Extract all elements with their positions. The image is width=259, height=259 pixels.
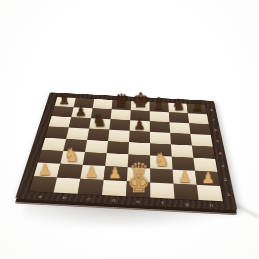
- piece-wP-d2: ♟: [108, 165, 122, 181]
- rank-label-7: 7: [209, 118, 217, 121]
- square-e3: [128, 154, 150, 168]
- square-g5: [170, 133, 192, 145]
- file-label-e: e: [126, 198, 151, 205]
- square-f4: [150, 143, 172, 156]
- square-a4: [42, 138, 67, 151]
- square-g2: ♟: [173, 170, 197, 185]
- square-d1: [102, 180, 127, 196]
- square-b1: [54, 178, 81, 194]
- square-b3: ♞: [60, 151, 85, 165]
- square-e5: [129, 131, 150, 143]
- file-label-a: a: [27, 193, 53, 200]
- square-e1: ♚: [126, 181, 150, 197]
- square-c2: ♟: [80, 165, 105, 180]
- square-h6: [189, 123, 211, 135]
- file-label-g: g: [175, 200, 200, 207]
- piece-wP-a2: ♟: [38, 161, 52, 177]
- square-g3: [172, 157, 195, 171]
- file-label-b: b: [52, 194, 78, 201]
- square-f1: [150, 182, 174, 198]
- square-g4: [171, 144, 193, 157]
- square-e6: ♟: [130, 120, 150, 132]
- square-f3: ♞: [150, 155, 173, 169]
- square-d4: [107, 141, 129, 154]
- piece-wP-h2: ♟: [201, 170, 215, 186]
- rank-label-1: 1: [223, 192, 233, 197]
- piece-bB-f8: ♝: [152, 95, 167, 111]
- square-b5: [66, 128, 89, 140]
- piece-bR-a8: ♜: [58, 93, 70, 107]
- square-h3: [193, 158, 217, 172]
- square-b4: [63, 139, 87, 152]
- square-e4: [128, 142, 150, 155]
- square-h1: [197, 185, 223, 201]
- piece-bN-g8: ♞: [171, 97, 185, 112]
- file-label-d: d: [101, 196, 126, 203]
- product-photo-scene: ♜♛♚♝♞♜♟♞♟♞♞♟♟♟♛♟♟♚ abcdefgh 87654321: [0, 0, 259, 259]
- piece-bQ-d8: ♛: [113, 92, 129, 110]
- rank-label-3: 3: [218, 164, 227, 168]
- piece-bK-e8: ♚: [131, 91, 149, 111]
- square-d3: [105, 153, 128, 167]
- square-c5: [87, 129, 109, 141]
- board-wrapper: ♜♛♚♝♞♜♟♞♟♞♞♟♟♟♛♟♟♚ abcdefgh 87654321: [15, 92, 237, 210]
- square-a3: [38, 150, 63, 164]
- square-e2: ♛: [127, 167, 150, 182]
- square-h2: ♟: [195, 171, 220, 186]
- square-c1: [78, 179, 104, 195]
- rank-label-6: 6: [211, 128, 219, 131]
- rank-label-2: 2: [221, 177, 231, 181]
- square-c3: [83, 152, 107, 166]
- piece-wP-c2: ♟: [85, 164, 99, 180]
- square-a2: ♟: [34, 163, 61, 178]
- chess-board-frame: ♜♛♚♝♞♜♟♞♟♞♞♟♟♟♛♟♟♚ abcdefgh 87654321: [15, 92, 237, 210]
- file-label-h: h: [199, 202, 224, 209]
- square-d2: ♟: [104, 166, 128, 181]
- square-g1: [173, 184, 198, 200]
- square-c4: [85, 140, 108, 153]
- piece-wP-g2: ♟: [178, 169, 192, 185]
- rank-label-8: 8: [208, 108, 216, 111]
- piece-bR-h8: ♜: [191, 100, 203, 114]
- rank-label-5: 5: [213, 139, 222, 143]
- square-f2: [150, 168, 173, 183]
- rank-label-4: 4: [216, 151, 225, 155]
- file-label-f: f: [150, 199, 175, 206]
- square-b2: [57, 164, 83, 179]
- file-label-c: c: [76, 195, 101, 202]
- chess-board: ♜♛♚♝♞♜♟♞♟♞♞♟♟♟♛♟♟♚: [29, 97, 223, 201]
- square-a5: [45, 127, 69, 139]
